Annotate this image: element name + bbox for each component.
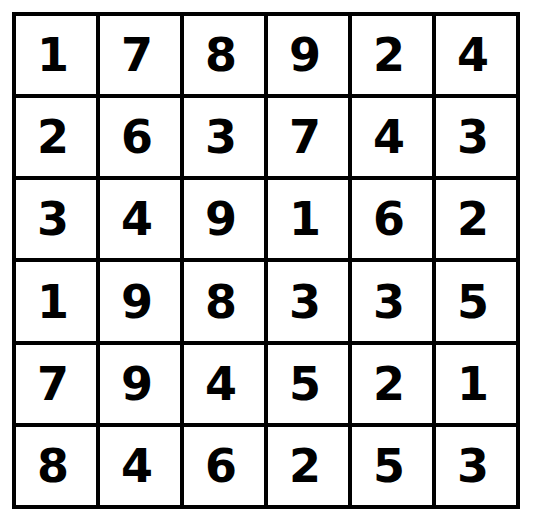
cell-r6c3: 6 — [184, 427, 264, 505]
cell-r6c4: 2 — [268, 427, 348, 505]
cell-r3c3: 9 — [184, 180, 264, 258]
cell-r2c6: 3 — [436, 98, 516, 176]
cell-r3c6: 2 — [436, 180, 516, 258]
cell-r4c3: 8 — [184, 262, 264, 340]
cell-r1c3: 8 — [184, 16, 264, 94]
cell-r2c4: 7 — [268, 98, 348, 176]
cell-r6c2: 4 — [100, 427, 180, 505]
cell-r2c3: 3 — [184, 98, 264, 176]
cell-r5c1: 7 — [16, 345, 96, 423]
cell-r6c1: 8 — [16, 427, 96, 505]
cell-r5c6: 1 — [436, 345, 516, 423]
cell-r2c5: 4 — [352, 98, 432, 176]
cell-r6c6: 3 — [436, 427, 516, 505]
cell-r4c1: 1 — [16, 262, 96, 340]
cell-r2c2: 6 — [100, 98, 180, 176]
cell-r5c5: 2 — [352, 345, 432, 423]
cell-r1c2: 7 — [100, 16, 180, 94]
cell-r2c1: 2 — [16, 98, 96, 176]
cell-r1c5: 2 — [352, 16, 432, 94]
cell-r5c3: 4 — [184, 345, 264, 423]
cell-r4c2: 9 — [100, 262, 180, 340]
cell-r3c1: 3 — [16, 180, 96, 258]
cell-r4c4: 3 — [268, 262, 348, 340]
cell-r4c5: 3 — [352, 262, 432, 340]
cell-r5c2: 9 — [100, 345, 180, 423]
cell-r3c2: 4 — [100, 180, 180, 258]
cell-r6c5: 5 — [352, 427, 432, 505]
cell-r5c4: 5 — [268, 345, 348, 423]
cell-r1c4: 9 — [268, 16, 348, 94]
cell-r1c6: 4 — [436, 16, 516, 94]
cell-r1c1: 1 — [16, 16, 96, 94]
puzzle-board: 178924263743349162198335794521846253 — [12, 12, 520, 509]
cell-r4c6: 5 — [436, 262, 516, 340]
cell-r3c5: 6 — [352, 180, 432, 258]
cell-r3c4: 1 — [268, 180, 348, 258]
